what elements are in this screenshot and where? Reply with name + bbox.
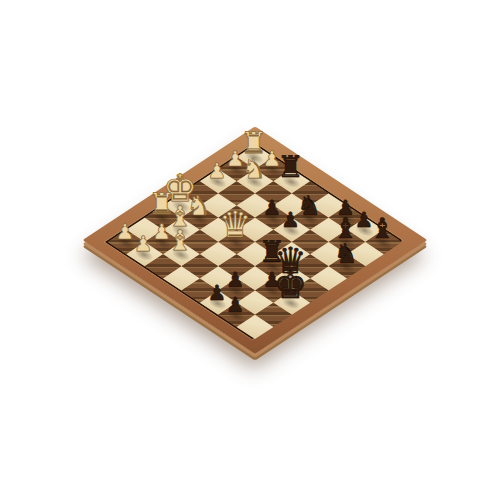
chess-board: ♜♟♜♟♟♝♟♞♞♝♟♟♟♞♚♞♛♜♛♜♝♟♚♟♝♟♟♟♟♟ [105, 143, 402, 339]
board-tilt-wrapper: ♜♟♜♟♟♝♟♞♞♝♟♟♟♞♚♞♛♜♛♜♝♟♚♟♝♟♟♟♟♟ [80, 126, 431, 357]
board-frame: ♜♟♜♟♟♝♟♞♞♝♟♟♟♞♚♞♛♜♛♜♝♟♚♟♝♟♟♟♟♟ [82, 126, 427, 354]
chess-set-photo: ♜♟♜♟♟♝♟♞♞♝♟♟♟♞♚♞♛♜♛♜♝♟♚♟♝♟♟♟♟♟ [0, 0, 500, 500]
